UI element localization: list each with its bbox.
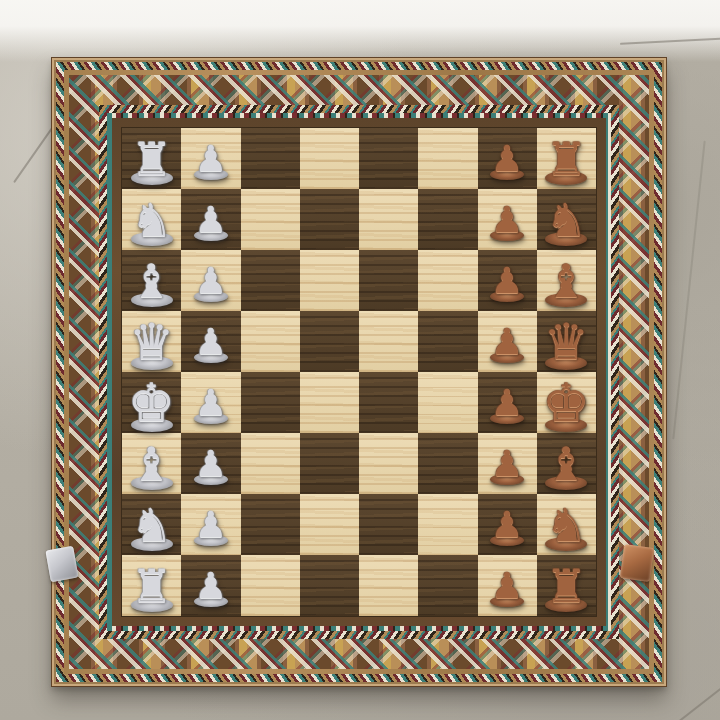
square-r4c6[interactable] [418,311,477,372]
square-r2c6[interactable] [418,189,477,250]
square-r7c2[interactable]: ♟ [181,494,240,555]
square-r6c4[interactable] [300,433,359,494]
square-r8c8[interactable]: ♜ [537,555,596,616]
white-pawn[interactable]: ♟ [195,568,227,604]
square-r7c5[interactable] [359,494,418,555]
tile-grout-line [620,37,720,45]
white-queen[interactable]: ♛ [129,317,174,367]
white-pawn[interactable]: ♟ [195,324,227,360]
white-knight[interactable]: ♞ [131,502,172,548]
square-r5c1[interactable]: ♚ [122,372,181,433]
black-pawn[interactable]: ♟ [491,202,523,238]
white-rook[interactable]: ♜ [131,563,172,609]
white-pawn[interactable]: ♟ [195,141,227,177]
square-r5c2[interactable]: ♟ [181,372,240,433]
square-r4c8[interactable]: ♛ [537,311,596,372]
square-r8c3[interactable] [241,555,300,616]
walnut-inner-frame: ♜♟♟♜♞♟♟♞♝♟♟♝♛♟♟♛♚♟♟♚♝♟♟♝♞♟♟♞♜♟♟♜ [112,118,606,626]
square-r6c3[interactable] [241,433,300,494]
square-r7c7[interactable]: ♟ [478,494,537,555]
white-pawn[interactable]: ♟ [195,507,227,543]
square-r8c5[interactable] [359,555,418,616]
square-r6c8[interactable]: ♝ [537,433,596,494]
marble-floor: { "game": "chess", "scene": { "descripti… [0,0,720,720]
white-pawn[interactable]: ♟ [195,263,227,299]
square-r1c6[interactable] [418,128,477,189]
black-pawn[interactable]: ♟ [491,446,523,482]
square-r8c4[interactable] [300,555,359,616]
square-r1c2[interactable]: ♟ [181,128,240,189]
black-pawn[interactable]: ♟ [491,568,523,604]
black-rook[interactable]: ♜ [546,136,587,182]
mosaic-medallion-band: ♜♟♟♜♞♟♟♞♝♟♟♝♛♟♟♛♚♟♟♚♝♟♟♝♞♟♟♞♜♟♟♜ [69,75,649,669]
square-r6c2[interactable]: ♟ [181,433,240,494]
black-knight[interactable]: ♞ [546,197,587,243]
square-r4c4[interactable] [300,311,359,372]
micro-checker-band: ♜♟♟♜♞♟♟♞♝♟♟♝♛♟♟♛♚♟♟♚♝♟♟♝♞♟♟♞♜♟♟♜ [107,113,611,631]
tile-grout-line [672,141,705,440]
square-r7c4[interactable] [300,494,359,555]
square-r6c1[interactable]: ♝ [122,433,181,494]
detached-copper-rook-capital[interactable] [620,544,654,582]
black-pawn[interactable]: ♟ [491,141,523,177]
square-r2c2[interactable]: ♟ [181,189,240,250]
square-r7c1[interactable]: ♞ [122,494,181,555]
black-bishop[interactable]: ♝ [546,258,587,304]
square-r5c3[interactable] [241,372,300,433]
square-r3c7[interactable]: ♟ [478,250,537,311]
black-knight[interactable]: ♞ [546,502,587,548]
square-r5c8[interactable]: ♚ [537,372,596,433]
square-r6c6[interactable] [418,433,477,494]
square-r1c8[interactable]: ♜ [537,128,596,189]
square-r3c3[interactable] [241,250,300,311]
chess-board: ♜♟♟♜♞♟♟♞♝♟♟♝♛♟♟♛♚♟♟♚♝♟♟♝♞♟♟♞♜♟♟♜ [52,58,666,686]
square-r3c8[interactable]: ♝ [537,250,596,311]
black-pawn[interactable]: ♟ [491,324,523,360]
square-r3c1[interactable]: ♝ [122,250,181,311]
black-pawn[interactable]: ♟ [491,263,523,299]
white-rook[interactable]: ♜ [131,136,172,182]
square-r4c1[interactable]: ♛ [122,311,181,372]
black-queen[interactable]: ♛ [544,317,589,367]
square-r4c3[interactable] [241,311,300,372]
square-r4c2[interactable]: ♟ [181,311,240,372]
black-bishop[interactable]: ♝ [546,441,587,487]
square-r4c5[interactable] [359,311,418,372]
square-r1c7[interactable]: ♟ [478,128,537,189]
square-r7c6[interactable] [418,494,477,555]
white-pawn[interactable]: ♟ [195,446,227,482]
square-r3c2[interactable]: ♟ [181,250,240,311]
square-r7c8[interactable]: ♞ [537,494,596,555]
outer-stripe-inlay-band: ♜♟♟♜♞♟♟♞♝♟♟♝♛♟♟♛♚♟♟♚♝♟♟♝♞♟♟♞♜♟♟♜ [56,62,662,682]
square-r1c5[interactable] [359,128,418,189]
detached-silver-rook-capital[interactable] [45,546,78,582]
square-r2c4[interactable] [300,189,359,250]
black-rook[interactable]: ♜ [546,563,587,609]
square-r8c2[interactable]: ♟ [181,555,240,616]
square-r2c1[interactable]: ♞ [122,189,181,250]
white-king[interactable]: ♚ [128,376,176,429]
white-pawn[interactable]: ♟ [195,385,227,421]
black-pawn[interactable]: ♟ [491,385,523,421]
square-r8c1[interactable]: ♜ [122,555,181,616]
square-r2c5[interactable] [359,189,418,250]
board-squares-grid: ♜♟♟♜♞♟♟♞♝♟♟♝♛♟♟♛♚♟♟♚♝♟♟♝♞♟♟♞♜♟♟♜ [122,128,596,616]
black-king[interactable]: ♚ [543,376,591,429]
square-r1c1[interactable]: ♜ [122,128,181,189]
square-r2c7[interactable]: ♟ [478,189,537,250]
square-r8c6[interactable] [418,555,477,616]
square-r6c5[interactable] [359,433,418,494]
square-r2c3[interactable] [241,189,300,250]
square-r5c4[interactable] [300,372,359,433]
white-bishop[interactable]: ♝ [131,258,172,304]
square-r6c7[interactable]: ♟ [478,433,537,494]
square-r1c4[interactable] [300,128,359,189]
square-r5c5[interactable] [359,372,418,433]
square-r4c7[interactable]: ♟ [478,311,537,372]
square-r3c5[interactable] [359,250,418,311]
white-knight[interactable]: ♞ [131,197,172,243]
white-pawn[interactable]: ♟ [195,202,227,238]
square-r3c6[interactable] [418,250,477,311]
square-r3c4[interactable] [300,250,359,311]
black-pawn[interactable]: ♟ [491,507,523,543]
wood-band: ♜♟♟♜♞♟♟♞♝♟♟♝♛♟♟♛♚♟♟♚♝♟♟♝♞♟♟♞♜♟♟♜ [64,70,654,674]
square-r5c6[interactable] [418,372,477,433]
square-r5c7[interactable]: ♟ [478,372,537,433]
inner-stripe-inlay-band: ♜♟♟♜♞♟♟♞♝♟♟♝♛♟♟♛♚♟♟♚♝♟♟♝♞♟♟♞♜♟♟♜ [99,105,619,639]
white-bishop[interactable]: ♝ [131,441,172,487]
square-r2c8[interactable]: ♞ [537,189,596,250]
square-r1c3[interactable] [241,128,300,189]
square-r8c7[interactable]: ♟ [478,555,537,616]
square-r7c3[interactable] [241,494,300,555]
